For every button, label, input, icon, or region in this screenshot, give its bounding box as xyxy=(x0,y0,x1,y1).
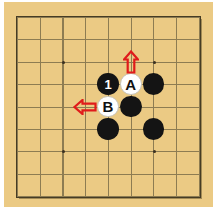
black-stone xyxy=(143,73,165,95)
star-point xyxy=(153,61,156,64)
point-letter-label: A xyxy=(125,75,136,92)
page-background: 1AB xyxy=(0,0,215,214)
black-stone-1: 1 xyxy=(97,73,119,95)
arrow-up-icon xyxy=(123,50,139,74)
star-point xyxy=(62,61,65,64)
move-number-label: 1 xyxy=(104,76,111,91)
star-point xyxy=(62,150,65,153)
white-stone-B: B xyxy=(97,96,119,118)
go-board: 1AB xyxy=(4,2,213,207)
point-letter-label: B xyxy=(103,98,114,115)
arrow-left-icon xyxy=(73,99,97,115)
black-stone xyxy=(143,118,165,140)
black-stone xyxy=(120,96,142,118)
white-stone-A: A xyxy=(120,73,142,95)
star-point xyxy=(153,150,156,153)
black-stone xyxy=(97,118,119,140)
